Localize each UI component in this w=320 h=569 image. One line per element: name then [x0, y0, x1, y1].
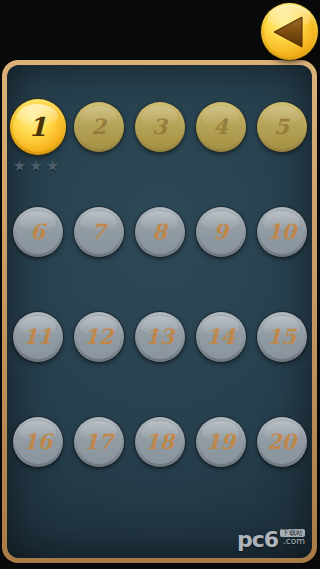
- level-button-face: 4: [199, 105, 243, 149]
- level-cell: 10: [251, 179, 312, 284]
- level-button-face: 13: [138, 315, 182, 359]
- level-button-3[interactable]: 3: [135, 102, 185, 152]
- level-button-face: 14: [199, 315, 243, 359]
- level-button-6[interactable]: 6: [13, 207, 63, 257]
- watermark-column: 下载站 .com: [280, 529, 305, 547]
- level-cell: 17: [68, 389, 129, 494]
- level-button-face: 3: [138, 105, 182, 149]
- level-cell: 3: [129, 74, 190, 179]
- level-cell: 4: [190, 74, 251, 179]
- level-panel: 1★★★234567891011121314151617181920 pc6 下…: [7, 65, 312, 558]
- level-number: 18: [145, 429, 174, 454]
- level-button-face: 19: [199, 420, 243, 464]
- level-button-10[interactable]: 10: [257, 207, 307, 257]
- level-number: 12: [84, 324, 113, 349]
- level-button-11[interactable]: 11: [13, 312, 63, 362]
- stars-rating: ★★★: [7, 157, 68, 175]
- level-button-20[interactable]: 20: [257, 417, 307, 467]
- level-button-9[interactable]: 9: [196, 207, 246, 257]
- watermark-logo: pc6: [237, 529, 278, 551]
- level-cell: 11: [7, 284, 68, 389]
- watermark: pc6 下载站 .com: [237, 529, 305, 551]
- level-button-face: 11: [16, 315, 60, 359]
- level-button-7[interactable]: 7: [74, 207, 124, 257]
- level-button-face: 2: [77, 105, 121, 149]
- level-button-face: 12: [77, 315, 121, 359]
- level-number: 2: [91, 114, 106, 139]
- level-cell: 20: [251, 389, 312, 494]
- level-cell: 9: [190, 179, 251, 284]
- level-number: 19: [206, 429, 235, 454]
- level-cell: 1★★★: [7, 74, 68, 179]
- level-button-face: 15: [260, 315, 304, 359]
- level-number: 10: [267, 219, 296, 244]
- level-number: 13: [145, 324, 174, 349]
- level-number: 7: [91, 219, 106, 244]
- level-number: 9: [213, 219, 228, 244]
- level-button-face: 9: [199, 210, 243, 254]
- level-cell: 13: [129, 284, 190, 389]
- level-button-face: 5: [260, 105, 304, 149]
- level-button-15[interactable]: 15: [257, 312, 307, 362]
- level-cell: 2: [68, 74, 129, 179]
- level-button-face: 20: [260, 420, 304, 464]
- level-select-screen: 1★★★234567891011121314151617181920 pc6 下…: [0, 0, 320, 569]
- level-button-face: 17: [77, 420, 121, 464]
- level-cell: 15: [251, 284, 312, 389]
- level-number: 4: [213, 114, 228, 139]
- level-button-face: 8: [138, 210, 182, 254]
- level-number: 5: [274, 114, 289, 139]
- level-button-17[interactable]: 17: [74, 417, 124, 467]
- level-button-face: 1: [13, 102, 63, 152]
- level-button-8[interactable]: 8: [135, 207, 185, 257]
- level-cell: 6: [7, 179, 68, 284]
- level-button-face: 16: [16, 420, 60, 464]
- level-button-19[interactable]: 19: [196, 417, 246, 467]
- level-panel-frame: 1★★★234567891011121314151617181920 pc6 下…: [2, 60, 317, 563]
- level-button-face: 6: [16, 210, 60, 254]
- level-cell: 8: [129, 179, 190, 284]
- level-grid: 1★★★234567891011121314151617181920: [7, 65, 312, 494]
- level-cell: 16: [7, 389, 68, 494]
- level-button-18[interactable]: 18: [135, 417, 185, 467]
- back-arrow-icon: [271, 14, 307, 50]
- level-button-16[interactable]: 16: [13, 417, 63, 467]
- level-button-14[interactable]: 14: [196, 312, 246, 362]
- level-number: 14: [206, 324, 235, 349]
- level-cell: 19: [190, 389, 251, 494]
- level-number: 11: [23, 324, 52, 349]
- level-cell: 12: [68, 284, 129, 389]
- level-button-4[interactable]: 4: [196, 102, 246, 152]
- level-button-5[interactable]: 5: [257, 102, 307, 152]
- level-cell: 5: [251, 74, 312, 179]
- level-button-face: 10: [260, 210, 304, 254]
- level-number: 6: [30, 219, 45, 244]
- level-button-2[interactable]: 2: [74, 102, 124, 152]
- level-button-1[interactable]: 1: [10, 99, 66, 155]
- watermark-suffix: .com: [283, 537, 305, 547]
- level-button-13[interactable]: 13: [135, 312, 185, 362]
- back-button[interactable]: [261, 3, 318, 60]
- level-number: 16: [23, 429, 52, 454]
- level-button-face: 18: [138, 420, 182, 464]
- level-number: 8: [152, 219, 167, 244]
- level-number: 3: [152, 114, 167, 139]
- level-cell: 7: [68, 179, 129, 284]
- level-cell: 14: [190, 284, 251, 389]
- level-button-12[interactable]: 12: [74, 312, 124, 362]
- level-cell: 18: [129, 389, 190, 494]
- level-button-face: 7: [77, 210, 121, 254]
- level-number: 1: [28, 112, 46, 142]
- level-number: 15: [267, 324, 296, 349]
- level-number: 20: [267, 429, 296, 454]
- level-number: 17: [84, 429, 113, 454]
